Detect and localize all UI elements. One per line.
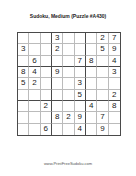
cell-r1c8[interactable]: 2 [97,33,108,44]
cell-r7c3[interactable]: 2 [41,101,52,112]
cell-r3c6[interactable]: 7 [75,56,86,67]
cell-r1c1[interactable] [18,33,29,44]
cell-r1c5[interactable] [63,33,74,44]
cell-r1c9[interactable]: 7 [109,33,120,44]
cell-r3c5[interactable] [63,56,74,67]
cell-r5c4[interactable] [52,78,63,89]
cell-r9c3[interactable]: 6 [41,124,52,135]
cell-r2c2[interactable] [29,44,40,55]
cell-r6c9[interactable]: 2 [109,90,120,101]
cell-r1c2[interactable] [29,33,40,44]
cell-r8c5[interactable]: 2 [63,112,74,123]
cell-r4c7[interactable] [86,67,97,78]
cell-r9c6[interactable]: 4 [75,124,86,135]
cell-r8c2[interactable] [29,112,40,123]
cell-r3c4[interactable] [52,56,63,67]
cell-r1c4[interactable]: 3 [52,33,63,44]
cell-r1c7[interactable] [86,33,97,44]
cell-r7c5[interactable] [63,101,74,112]
cell-r2c1[interactable]: 3 [18,44,29,55]
cell-r8c4[interactable]: 8 [52,112,63,123]
cell-r5c6[interactable]: 3 [75,78,86,89]
cell-r7c2[interactable] [29,101,40,112]
cell-r3c1[interactable] [18,56,29,67]
cell-r8c9[interactable] [109,112,120,123]
cell-r8c7[interactable] [86,112,97,123]
cell-r6c1[interactable] [18,90,29,101]
cell-r4c2[interactable]: 4 [29,67,40,78]
footer-url: www.PrintFreeSudoku.com [0,161,136,166]
cell-r9c2[interactable] [29,124,40,135]
cell-r7c4[interactable] [52,101,63,112]
cell-r3c9[interactable]: 4 [109,56,120,67]
cell-r8c3[interactable] [41,112,52,123]
cell-r3c3[interactable] [41,56,52,67]
cell-r4c8[interactable] [97,67,108,78]
cell-r6c4[interactable] [52,90,63,101]
cell-r6c7[interactable] [86,90,97,101]
cell-r6c6[interactable]: 5 [75,90,86,101]
cell-r5c2[interactable]: 2 [29,78,40,89]
cell-r9c4[interactable] [52,124,63,135]
cell-r6c3[interactable] [41,90,52,101]
cell-r7c8[interactable] [97,101,108,112]
cell-r3c8[interactable] [97,56,108,67]
cell-r4c3[interactable] [41,67,52,78]
sudoku-board: 327325967848493523522488297649 [17,32,121,136]
cell-r1c6[interactable] [75,33,86,44]
cell-r8c6[interactable]: 9 [75,112,86,123]
cell-r9c9[interactable] [109,124,120,135]
cell-r4c4[interactable]: 9 [52,67,63,78]
cell-r9c1[interactable] [18,124,29,135]
cell-r2c9[interactable]: 9 [109,44,120,55]
cell-r5c8[interactable] [97,78,108,89]
cell-r3c7[interactable]: 8 [86,56,97,67]
cell-r2c6[interactable] [75,44,86,55]
cell-r9c8[interactable]: 9 [97,124,108,135]
cell-r2c4[interactable]: 2 [52,44,63,55]
cell-r2c3[interactable] [41,44,52,55]
cell-r7c7[interactable]: 4 [86,101,97,112]
cell-r8c8[interactable]: 7 [97,112,108,123]
cell-r8c1[interactable] [18,112,29,123]
cell-r2c8[interactable]: 5 [97,44,108,55]
cell-r7c6[interactable] [75,101,86,112]
cell-r5c7[interactable] [86,78,97,89]
cell-r9c5[interactable] [63,124,74,135]
cell-r6c5[interactable] [63,90,74,101]
page-title: Sudoku, Medium (Puzzle #A430) [0,13,136,19]
cell-r6c2[interactable] [29,90,40,101]
cell-r4c9[interactable]: 3 [109,67,120,78]
cell-r4c6[interactable] [75,67,86,78]
cell-r4c5[interactable] [63,67,74,78]
cell-r5c1[interactable]: 5 [18,78,29,89]
cell-r5c5[interactable] [63,78,74,89]
cell-r7c1[interactable] [18,101,29,112]
cell-r9c7[interactable] [86,124,97,135]
cell-r5c3[interactable] [41,78,52,89]
cell-r5c9[interactable] [109,78,120,89]
cell-r6c8[interactable] [97,90,108,101]
cell-r4c1[interactable]: 8 [18,67,29,78]
cell-r2c7[interactable] [86,44,97,55]
cell-r3c2[interactable]: 6 [29,56,40,67]
cell-r1c3[interactable] [41,33,52,44]
cell-r7c9[interactable]: 8 [109,101,120,112]
cell-r2c5[interactable] [63,44,74,55]
